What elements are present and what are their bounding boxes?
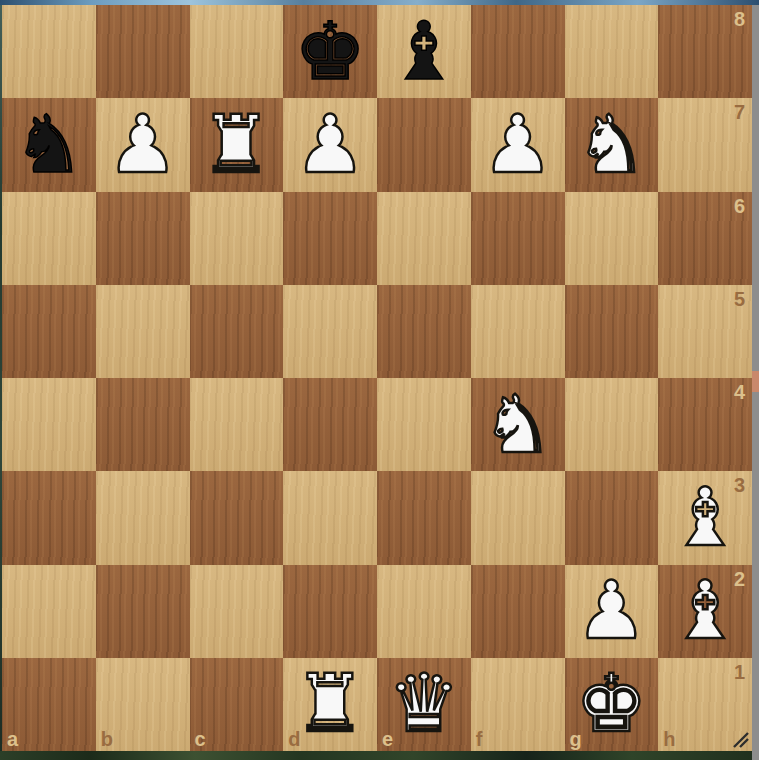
square-b2[interactable] bbox=[96, 565, 190, 658]
square-a1[interactable]: a bbox=[2, 658, 96, 751]
square-e1[interactable]: ♛e bbox=[377, 658, 471, 751]
rank-label-5: 5 bbox=[734, 289, 745, 309]
square-f6[interactable] bbox=[471, 192, 565, 285]
square-h5[interactable]: 5 bbox=[658, 285, 752, 378]
square-d1[interactable]: ♜d bbox=[283, 658, 377, 751]
square-c4[interactable] bbox=[190, 378, 284, 471]
square-c3[interactable] bbox=[190, 471, 284, 564]
square-e7[interactable] bbox=[377, 98, 471, 191]
square-e3[interactable] bbox=[377, 471, 471, 564]
background-bottom-strip bbox=[0, 751, 752, 760]
square-c7[interactable]: ♜ bbox=[190, 98, 284, 191]
black-king[interactable]: ♚ bbox=[294, 12, 366, 92]
square-h1[interactable]: 1h bbox=[658, 658, 752, 751]
rank-label-8: 8 bbox=[734, 9, 745, 29]
square-a3[interactable] bbox=[2, 471, 96, 564]
white-pawn[interactable]: ♟ bbox=[294, 105, 366, 185]
square-d7[interactable]: ♟ bbox=[283, 98, 377, 191]
square-d4[interactable] bbox=[283, 378, 377, 471]
square-g8[interactable] bbox=[565, 5, 659, 98]
square-g1[interactable]: ♚g bbox=[565, 658, 659, 751]
white-knight[interactable]: ♞ bbox=[576, 105, 648, 185]
square-f8[interactable] bbox=[471, 5, 565, 98]
square-h7[interactable]: 7 bbox=[658, 98, 752, 191]
square-b1[interactable]: b bbox=[96, 658, 190, 751]
black-bishop[interactable]: ♝ bbox=[388, 12, 460, 92]
file-label-f: f bbox=[476, 729, 483, 749]
square-e4[interactable] bbox=[377, 378, 471, 471]
square-g2[interactable]: ♟ bbox=[565, 565, 659, 658]
square-a5[interactable] bbox=[2, 285, 96, 378]
white-king[interactable]: ♚ bbox=[576, 664, 648, 744]
square-d5[interactable] bbox=[283, 285, 377, 378]
square-b7[interactable]: ♟ bbox=[96, 98, 190, 191]
square-f1[interactable]: f bbox=[471, 658, 565, 751]
scrollbar-track[interactable] bbox=[752, 0, 759, 760]
square-b5[interactable] bbox=[96, 285, 190, 378]
square-h2[interactable]: ♝2 bbox=[658, 565, 752, 658]
file-label-b: b bbox=[101, 729, 113, 749]
page: ♚♝8♞♟♜♟♟♞765♞4♝3♟♝2abc♜d♛ef♚g1h bbox=[0, 0, 759, 760]
square-b4[interactable] bbox=[96, 378, 190, 471]
resize-diagonal-icon[interactable] bbox=[730, 729, 750, 749]
white-pawn[interactable]: ♟ bbox=[576, 571, 648, 651]
white-bishop[interactable]: ♝ bbox=[669, 571, 741, 651]
square-c6[interactable] bbox=[190, 192, 284, 285]
square-a2[interactable] bbox=[2, 565, 96, 658]
square-e8[interactable]: ♝ bbox=[377, 5, 471, 98]
square-b3[interactable] bbox=[96, 471, 190, 564]
scrollbar-thumb[interactable] bbox=[752, 371, 759, 392]
square-g3[interactable] bbox=[565, 471, 659, 564]
square-g7[interactable]: ♞ bbox=[565, 98, 659, 191]
square-h4[interactable]: 4 bbox=[658, 378, 752, 471]
white-knight[interactable]: ♞ bbox=[482, 385, 554, 465]
white-queen[interactable]: ♛ bbox=[388, 664, 460, 744]
square-h6[interactable]: 6 bbox=[658, 192, 752, 285]
rank-label-4: 4 bbox=[734, 382, 745, 402]
white-rook[interactable]: ♜ bbox=[201, 105, 273, 185]
square-f2[interactable] bbox=[471, 565, 565, 658]
rank-label-7: 7 bbox=[734, 102, 745, 122]
chess-board[interactable]: ♚♝8♞♟♜♟♟♞765♞4♝3♟♝2abc♜d♛ef♚g1h bbox=[2, 5, 752, 751]
square-d8[interactable]: ♚ bbox=[283, 5, 377, 98]
square-b6[interactable] bbox=[96, 192, 190, 285]
square-c1[interactable]: c bbox=[190, 658, 284, 751]
square-f5[interactable] bbox=[471, 285, 565, 378]
square-g5[interactable] bbox=[565, 285, 659, 378]
file-label-c: c bbox=[195, 729, 206, 749]
square-g4[interactable] bbox=[565, 378, 659, 471]
square-d6[interactable] bbox=[283, 192, 377, 285]
square-c8[interactable] bbox=[190, 5, 284, 98]
square-e2[interactable] bbox=[377, 565, 471, 658]
square-a4[interactable] bbox=[2, 378, 96, 471]
square-c2[interactable] bbox=[190, 565, 284, 658]
white-rook[interactable]: ♜ bbox=[294, 664, 366, 744]
square-f4[interactable]: ♞ bbox=[471, 378, 565, 471]
top-edge-bar bbox=[0, 0, 759, 5]
square-f7[interactable]: ♟ bbox=[471, 98, 565, 191]
square-h8[interactable]: 8 bbox=[658, 5, 752, 98]
square-g6[interactable] bbox=[565, 192, 659, 285]
square-a6[interactable] bbox=[2, 192, 96, 285]
file-label-a: a bbox=[7, 729, 18, 749]
square-e6[interactable] bbox=[377, 192, 471, 285]
square-c5[interactable] bbox=[190, 285, 284, 378]
white-pawn[interactable]: ♟ bbox=[107, 105, 179, 185]
white-bishop[interactable]: ♝ bbox=[669, 478, 741, 558]
square-b8[interactable] bbox=[96, 5, 190, 98]
square-e5[interactable] bbox=[377, 285, 471, 378]
square-d2[interactable] bbox=[283, 565, 377, 658]
rank-label-6: 6 bbox=[734, 196, 745, 216]
square-h3[interactable]: ♝3 bbox=[658, 471, 752, 564]
rank-label-1: 1 bbox=[734, 662, 745, 682]
black-knight[interactable]: ♞ bbox=[13, 105, 85, 185]
square-f3[interactable] bbox=[471, 471, 565, 564]
square-d3[interactable] bbox=[283, 471, 377, 564]
square-a7[interactable]: ♞ bbox=[2, 98, 96, 191]
white-pawn[interactable]: ♟ bbox=[482, 105, 554, 185]
file-label-h: h bbox=[663, 729, 675, 749]
square-a8[interactable] bbox=[2, 5, 96, 98]
